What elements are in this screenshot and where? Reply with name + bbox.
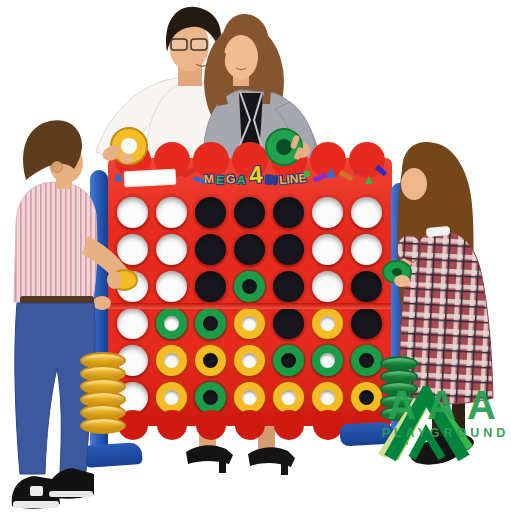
yellow-disc[interactable] — [312, 382, 343, 413]
yellow-disc[interactable] — [273, 382, 304, 413]
skirt-bump — [235, 410, 265, 440]
green-disc[interactable] — [351, 345, 382, 376]
green-disc[interactable] — [195, 308, 226, 339]
empty-hole[interactable] — [351, 271, 382, 302]
left-frame-foot — [81, 442, 142, 468]
banner-letter: 4 — [248, 159, 264, 190]
cell-r4c5[interactable] — [269, 305, 308, 342]
cell-r1c1[interactable] — [113, 194, 152, 231]
girl-shoe — [408, 436, 463, 469]
green-disc[interactable] — [234, 271, 265, 302]
cell-r3c3[interactable] — [191, 268, 230, 305]
empty-hole[interactable] — [195, 234, 226, 265]
empty-hole[interactable] — [234, 234, 265, 265]
empty-hole[interactable] — [156, 197, 187, 228]
banner-letter: LINE — [278, 164, 308, 194]
cell-r4c4[interactable] — [230, 305, 269, 342]
cell-r1c5[interactable] — [269, 194, 308, 231]
boy-belt — [20, 296, 94, 305]
board-banner: MEGA4INLINE — [108, 158, 392, 194]
cell-r5c6[interactable] — [308, 342, 347, 379]
confetti-shape — [304, 171, 310, 177]
empty-hole[interactable] — [117, 197, 148, 228]
empty-hole[interactable] — [312, 271, 343, 302]
cell-r2c7[interactable] — [347, 231, 386, 268]
yellow-disc[interactable] — [234, 345, 265, 376]
product-photo-scene: MEGA4INLINE — [0, 0, 511, 530]
yellow-disc[interactable] — [312, 308, 343, 339]
cell-r1c7[interactable] — [347, 194, 386, 231]
man-neck — [178, 60, 202, 86]
yellow-disc[interactable] — [156, 345, 187, 376]
skirt-bump — [313, 410, 343, 440]
cell-r5c5[interactable] — [269, 342, 308, 379]
confetti-shape — [375, 165, 387, 177]
man-hair — [166, 7, 221, 52]
banner-name-plate — [124, 169, 177, 188]
high-heel-shoe — [248, 447, 295, 467]
empty-hole[interactable] — [117, 308, 148, 339]
cell-r3c6[interactable] — [308, 268, 347, 305]
banner-letter: E — [215, 166, 225, 194]
yellow-disc[interactable] — [156, 382, 187, 413]
connect-four-board: MEGA4INLINE — [108, 158, 392, 426]
confetti-shape — [114, 172, 123, 181]
boy-shoe — [12, 476, 60, 509]
cell-r1c4[interactable] — [230, 194, 269, 231]
yellow-disc[interactable] — [234, 308, 265, 339]
empty-hole[interactable] — [273, 271, 304, 302]
cell-r4c3[interactable] — [191, 305, 230, 342]
empty-hole[interactable] — [117, 271, 148, 302]
skirt-bump — [157, 410, 187, 440]
banner-title: MEGA4INLINE — [204, 160, 307, 190]
woman-face — [224, 35, 258, 79]
high-heel-shoe — [186, 445, 233, 464]
green-disc[interactable] — [156, 308, 187, 339]
empty-hole[interactable] — [312, 234, 343, 265]
cell-r5c4[interactable] — [230, 342, 269, 379]
yellow-disc[interactable] — [195, 345, 226, 376]
green-disc[interactable] — [195, 382, 226, 413]
glasses-icon — [171, 39, 187, 50]
empty-hole[interactable] — [351, 197, 382, 228]
cell-r4c1[interactable] — [113, 305, 152, 342]
girl-hair — [397, 143, 473, 336]
cell-r1c3[interactable] — [191, 194, 230, 231]
man-face — [169, 19, 209, 71]
empty-hole[interactable] — [351, 234, 382, 265]
empty-hole[interactable] — [273, 197, 304, 228]
cell-r4c6[interactable] — [308, 305, 347, 342]
cell-r5c2[interactable] — [152, 342, 191, 379]
logo-tagline: PLAYGROUND — [377, 426, 511, 440]
aaa-playground-logo: AAA PLAYGROUND — [374, 386, 511, 440]
empty-hole[interactable] — [312, 197, 343, 228]
board-seam — [108, 303, 392, 309]
empty-hole[interactable] — [195, 271, 226, 302]
cell-r1c6[interactable] — [308, 194, 347, 231]
empty-hole[interactable] — [156, 271, 187, 302]
cell-r3c5[interactable] — [269, 268, 308, 305]
empty-hole[interactable] — [234, 197, 265, 228]
confetti-shape — [339, 170, 354, 181]
cell-r3c2[interactable] — [152, 268, 191, 305]
girl-collar — [426, 226, 451, 237]
cell-r5c3[interactable] — [191, 342, 230, 379]
cell-r2c6[interactable] — [308, 231, 347, 268]
boy-shoe — [48, 468, 94, 499]
empty-hole[interactable] — [351, 308, 382, 339]
banner-letter: IN — [264, 166, 278, 195]
confetti-shape — [354, 169, 367, 176]
confetti-shape — [326, 168, 336, 178]
cell-r2c5[interactable] — [269, 231, 308, 268]
green-disc[interactable] — [273, 345, 304, 376]
empty-hole[interactable] — [273, 234, 304, 265]
cell-r2c2[interactable] — [152, 231, 191, 268]
spare-disc[interactable] — [80, 417, 126, 434]
empty-hole[interactable] — [117, 234, 148, 265]
cell-r4c7[interactable] — [347, 305, 386, 342]
boy-hair — [23, 120, 82, 180]
cell-r2c3[interactable] — [191, 231, 230, 268]
cell-r3c7[interactable] — [347, 268, 386, 305]
skirt-bump — [196, 410, 226, 440]
cell-r1c2[interactable] — [152, 194, 191, 231]
banner-letter: A — [236, 166, 247, 195]
confetti-shape — [365, 176, 373, 184]
empty-hole[interactable] — [195, 197, 226, 228]
confetti-shape — [313, 172, 328, 182]
empty-hole[interactable] — [273, 308, 304, 339]
yellow-spare-stack[interactable] — [80, 352, 126, 436]
cell-r2c1[interactable] — [113, 231, 152, 268]
skirt-bump — [274, 410, 304, 440]
cell-r4c2[interactable] — [152, 305, 191, 342]
green-disc[interactable] — [312, 345, 343, 376]
cell-r3c1[interactable] — [113, 268, 152, 305]
boy-face — [49, 143, 83, 183]
logo-company: AAA — [380, 386, 511, 424]
cell-r3c4[interactable] — [230, 268, 269, 305]
cell-r2c4[interactable] — [230, 231, 269, 268]
banner-letter: G — [225, 165, 237, 194]
woman-hair — [204, 24, 284, 140]
yellow-disc[interactable] — [234, 382, 265, 413]
empty-hole[interactable] — [156, 234, 187, 265]
